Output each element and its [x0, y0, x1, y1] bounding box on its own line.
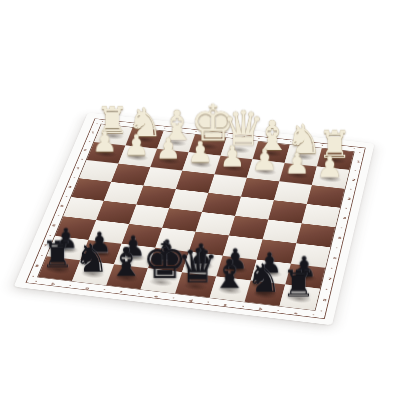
file-label-bottom-e: e — [154, 294, 159, 298]
square-d2: ♟ — [215, 156, 253, 178]
square-g4 — [104, 182, 144, 205]
square-a1: ♜ — [317, 148, 354, 170]
file-label-top-b: b — [305, 142, 309, 145]
border-dot-marker — [49, 235, 51, 236]
file-label-top-d: d — [241, 135, 245, 138]
border-dot-marker — [133, 124, 135, 125]
rank-label-right-6: 6 — [333, 256, 337, 260]
white-rook: ♜ — [318, 126, 351, 163]
border-dot-marker — [32, 276, 34, 277]
white-king: ♚ — [190, 98, 222, 149]
chess-board: ♜♞♝♚♛♝♞♜♟♟♟♟♟♟♟♟♟♟♟♟♟♟♟♟♜♞♝♚♛♝♞♜ — [38, 124, 354, 310]
square-b8: ♞ — [245, 280, 286, 306]
square-b1: ♞ — [285, 145, 322, 167]
rank-label-left-8: 8 — [35, 264, 40, 268]
border-dot-marker — [69, 285, 71, 286]
square-e3 — [176, 171, 215, 193]
square-a2: ♟ — [312, 166, 349, 188]
file-label-top-h: h — [116, 122, 120, 125]
rank-label-right-3: 3 — [347, 197, 351, 201]
white-bishop: ♝ — [254, 115, 286, 156]
white-pawn: ♟ — [184, 138, 217, 167]
chess-mat: ♜♞♝♚♛♝♞♜♟♟♟♟♟♟♟♟♟♟♟♟♟♟♟♟♜♞♝♚♛♝♞♜ hh11gg2… — [14, 113, 375, 326]
coordinate-band: ♜♞♝♚♛♝♞♜♟♟♟♟♟♟♟♟♟♟♟♟♟♟♟♟♜♞♝♚♛♝♞♜ hh11gg2… — [27, 119, 365, 318]
white-pawn: ♟ — [216, 142, 249, 171]
square-h4 — [71, 178, 111, 201]
white-pawn: ♟ — [313, 152, 346, 181]
board-inner-border: ♜♞♝♚♛♝♞♜♟♟♟♟♟♟♟♟♟♟♟♟♟♟♟♟♜♞♝♚♛♝♞♜ — [37, 124, 355, 311]
square-b3 — [274, 181, 312, 204]
square-b2: ♟ — [279, 163, 317, 185]
file-label-top-e: e — [210, 132, 214, 135]
white-pawn: ♟ — [152, 135, 185, 164]
border-dot-marker — [41, 255, 43, 256]
border-dot-marker — [345, 208, 347, 209]
square-e1: ♚ — [189, 135, 227, 156]
border-dot-marker — [104, 289, 106, 290]
border-dot-marker — [359, 152, 361, 153]
file-label-bottom-g: g — [85, 286, 90, 290]
border-dot-marker — [207, 302, 209, 303]
rank-label-left-4: 4 — [68, 185, 73, 188]
square-f4 — [136, 186, 175, 209]
square-f3 — [143, 167, 182, 189]
square-a6 — [291, 243, 330, 267]
border-dot-marker — [242, 306, 244, 307]
border-dot-marker — [355, 170, 357, 171]
rank-label-right-2: 2 — [352, 178, 356, 181]
rank-label-right-4: 4 — [343, 216, 347, 220]
square-a4 — [302, 204, 340, 227]
file-label-top-g: g — [147, 125, 151, 128]
rank-label-right-1: 1 — [356, 160, 360, 163]
file-label-bottom-f: f — [119, 290, 122, 294]
border-dot-marker — [66, 196, 68, 197]
white-pawn: ♟ — [88, 128, 120, 157]
border-dot-marker — [290, 141, 292, 142]
white-knight: ♞ — [127, 102, 159, 142]
border-dot-marker — [322, 145, 324, 146]
border-dot-marker — [313, 314, 315, 315]
border-dot-marker — [326, 289, 328, 290]
border-dot-marker — [320, 310, 322, 311]
square-d3 — [208, 174, 247, 196]
border-dot-marker — [336, 247, 338, 248]
white-pawn: ♟ — [281, 149, 314, 178]
square-c1: ♝ — [253, 141, 290, 162]
square-c8: ♝ — [210, 276, 251, 301]
square-g5 — [96, 201, 136, 224]
square-d8: ♛ — [175, 272, 216, 297]
rank-label-left-3: 3 — [76, 167, 80, 170]
border-dot-marker — [331, 268, 333, 269]
square-h3 — [79, 160, 118, 182]
rank-label-right-8: 8 — [323, 298, 327, 302]
square-b4 — [268, 200, 307, 223]
rank-label-right-5: 5 — [338, 236, 342, 240]
border-dot-marker — [81, 159, 83, 160]
rank-label-left-1: 1 — [91, 131, 95, 134]
border-dot-marker — [102, 121, 104, 122]
white-bishop: ♝ — [159, 105, 191, 146]
white-queen: ♛ — [222, 105, 254, 153]
square-f6 — [122, 224, 163, 248]
rank-label-left-7: 7 — [43, 243, 48, 247]
border-dot-marker — [195, 131, 197, 132]
square-g6 — [88, 220, 129, 244]
rank-label-left-6: 6 — [52, 223, 57, 227]
square-h2: ♟ — [87, 142, 126, 163]
square-a3 — [307, 185, 345, 208]
square-d4 — [202, 193, 241, 216]
file-label-bottom-c: c — [224, 302, 228, 306]
border-dot-marker — [354, 148, 356, 149]
white-pawn: ♟ — [120, 131, 153, 160]
file-label-top-f: f — [178, 128, 181, 131]
square-f1: ♝ — [157, 131, 195, 152]
square-h1: ♜ — [94, 124, 132, 145]
square-b7: ♟ — [251, 260, 291, 285]
file-label-bottom-d: d — [189, 298, 194, 302]
white-pawn: ♟ — [248, 145, 281, 174]
square-e2: ♟ — [182, 152, 220, 174]
square-c2: ♟ — [247, 159, 285, 181]
square-a8: ♜ — [280, 285, 320, 311]
square-g1: ♞ — [126, 128, 164, 149]
product-photo-scene: ♜♞♝♚♛♝♞♜♟♟♟♟♟♟♟♟♟♟♟♟♟♟♟♟♜♞♝♚♛♝♞♜ hh11gg2… — [0, 0, 400, 400]
file-label-bottom-h: h — [51, 282, 56, 286]
rank-label-left-5: 5 — [60, 204, 65, 208]
border-dot-marker — [164, 128, 166, 129]
rank-label-left-2: 2 — [83, 148, 87, 151]
border-dot-marker — [138, 293, 140, 294]
rank-label-right-7: 7 — [328, 277, 332, 281]
border-dot-marker — [58, 215, 60, 216]
border-dot-marker — [35, 281, 37, 282]
border-dot-marker — [96, 123, 98, 124]
border-dot-marker — [277, 310, 279, 311]
square-g2: ♟ — [118, 145, 157, 167]
border-dot-marker — [341, 227, 343, 228]
white-knight: ♞ — [286, 119, 319, 159]
border-dot-marker — [74, 177, 76, 178]
border-dot-marker — [89, 141, 91, 142]
file-label-bottom-b: b — [259, 307, 264, 311]
square-g3 — [111, 163, 150, 185]
file-label-top-a: a — [337, 145, 341, 148]
border-dot-marker — [227, 135, 229, 136]
square-c3 — [241, 178, 279, 201]
board-outer-border: ♜♞♝♚♛♝♞♜♟♟♟♟♟♟♟♟♟♟♟♟♟♟♟♟♜♞♝♚♛♝♞♜ hh11gg2… — [26, 118, 366, 318]
border-dot-marker — [350, 189, 352, 190]
border-dot-marker — [258, 138, 260, 139]
square-c7: ♟ — [216, 256, 256, 281]
square-f2: ♟ — [150, 149, 188, 171]
file-label-bottom-a: a — [294, 311, 298, 315]
square-d1: ♛ — [221, 138, 259, 159]
border-dot-marker — [173, 297, 175, 298]
file-label-top-c: c — [273, 139, 277, 142]
black-pawn: ♟ — [49, 225, 83, 253]
white-rook: ♜ — [96, 102, 128, 139]
square-e4 — [169, 189, 208, 212]
